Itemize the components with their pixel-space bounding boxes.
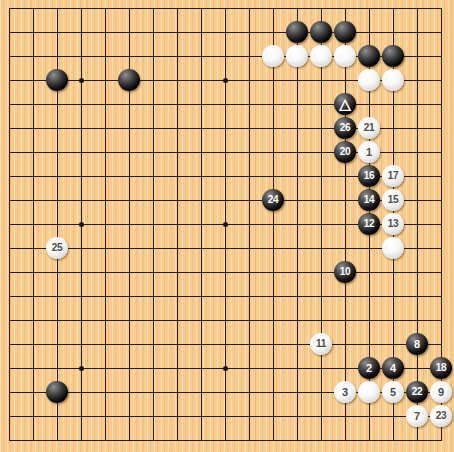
stone-white[interactable] xyxy=(310,45,332,67)
star-point xyxy=(79,366,84,371)
stone-white[interactable] xyxy=(382,237,404,259)
move-number: 12 xyxy=(364,219,375,229)
star-point xyxy=(79,78,84,83)
move-number: 23 xyxy=(436,411,447,421)
move-number: 25 xyxy=(52,243,63,253)
move-number: 13 xyxy=(388,219,399,229)
stone-white[interactable]: 9 xyxy=(430,381,452,403)
grid-line xyxy=(345,8,346,441)
stone-black[interactable] xyxy=(46,69,68,91)
stone-white[interactable]: 23 xyxy=(430,405,452,427)
stone-white[interactable]: 17 xyxy=(382,165,404,187)
stone-black[interactable] xyxy=(310,21,332,43)
move-number: 5 xyxy=(390,387,396,398)
star-point xyxy=(223,222,228,227)
move-number: 14 xyxy=(364,195,375,205)
move-number: 15 xyxy=(388,195,399,205)
move-number: 3 xyxy=(342,387,348,398)
star-point xyxy=(79,222,84,227)
stone-black[interactable]: 14 xyxy=(358,189,380,211)
star-point xyxy=(223,78,228,83)
move-number: 18 xyxy=(436,363,447,373)
grid-line xyxy=(9,320,442,321)
move-number: 26 xyxy=(340,123,351,133)
stone-black[interactable]: 12 xyxy=(358,213,380,235)
move-number: 22 xyxy=(412,387,423,397)
stone-white[interactable]: 5 xyxy=(382,381,404,403)
stone-black[interactable]: 2 xyxy=(358,357,380,379)
stone-white[interactable]: 11 xyxy=(310,333,332,355)
stone-white[interactable]: 13 xyxy=(382,213,404,235)
stone-black[interactable]: 10 xyxy=(334,261,356,283)
grid-line xyxy=(417,8,418,441)
stone-black[interactable] xyxy=(46,381,68,403)
grid-line xyxy=(9,416,442,417)
stone-black[interactable] xyxy=(358,45,380,67)
stone-white[interactable] xyxy=(358,381,380,403)
stone-black[interactable]: 20 xyxy=(334,141,356,163)
stone-black[interactable] xyxy=(382,45,404,67)
grid-line xyxy=(9,296,442,297)
grid-line xyxy=(297,8,298,441)
move-number: 2 xyxy=(366,363,372,374)
star-point xyxy=(223,366,228,371)
stone-white[interactable] xyxy=(334,45,356,67)
stone-white[interactable]: 21 xyxy=(358,117,380,139)
stone-black[interactable]: 26 xyxy=(334,117,356,139)
grid-line xyxy=(9,248,442,249)
stone-white[interactable] xyxy=(286,45,308,67)
stone-black[interactable]: 22 xyxy=(406,381,428,403)
stone-white[interactable] xyxy=(382,69,404,91)
move-number: 16 xyxy=(364,171,375,181)
triangle-mark-icon: △ xyxy=(339,96,351,111)
grid-line xyxy=(9,272,442,273)
grid-line xyxy=(249,8,250,441)
stone-white[interactable] xyxy=(262,45,284,67)
move-number: 7 xyxy=(414,411,420,422)
move-number: 1 xyxy=(366,147,372,158)
stone-black[interactable] xyxy=(334,21,356,43)
stone-black[interactable]: 4 xyxy=(382,357,404,379)
stone-black-triangle[interactable]: △ xyxy=(334,93,356,115)
grid-line xyxy=(273,8,274,441)
move-number: 21 xyxy=(364,123,375,133)
stone-white[interactable] xyxy=(358,69,380,91)
stone-white[interactable]: 7 xyxy=(406,405,428,427)
move-number: 11 xyxy=(316,339,326,349)
stone-black[interactable]: 18 xyxy=(430,357,452,379)
move-number: 10 xyxy=(340,267,351,277)
stone-white[interactable]: 15 xyxy=(382,189,404,211)
move-number: 17 xyxy=(388,171,399,181)
move-number: 9 xyxy=(438,387,444,398)
move-number: 8 xyxy=(414,339,420,350)
stone-black[interactable] xyxy=(286,21,308,43)
stone-white[interactable]: 25 xyxy=(46,237,68,259)
stone-black[interactable]: 16 xyxy=(358,165,380,187)
grid-line xyxy=(9,440,442,441)
stone-white[interactable]: 3 xyxy=(334,381,356,403)
stone-black[interactable]: 8 xyxy=(406,333,428,355)
move-number: 24 xyxy=(268,195,279,205)
move-number: 4 xyxy=(390,363,396,374)
move-number: 20 xyxy=(340,147,351,157)
stone-black[interactable]: 24 xyxy=(262,189,284,211)
stone-black[interactable] xyxy=(118,69,140,91)
grid-line xyxy=(321,8,322,441)
grid-line xyxy=(9,344,442,345)
stone-white[interactable]: 1 xyxy=(358,141,380,163)
go-board[interactable]: △123457891011121314151617182021222324252… xyxy=(0,0,454,452)
